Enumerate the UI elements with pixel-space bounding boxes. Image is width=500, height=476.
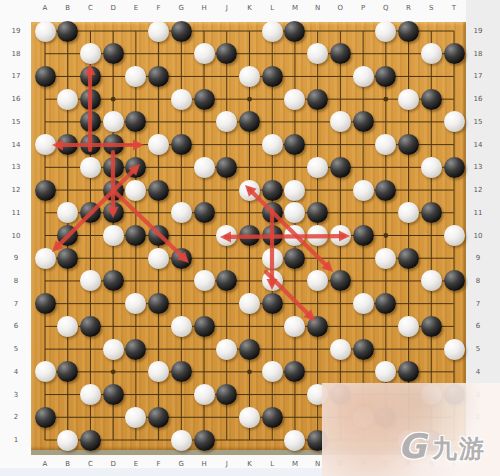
stone-black-N6 [307,316,328,337]
stone-black-P10 [353,225,374,246]
row-label-left-12: 12 [12,186,21,194]
stone-black-S11 [421,202,442,223]
row-label-left-10: 10 [12,232,21,240]
stone-black-R19 [398,21,419,42]
col-label-top-P: P [361,4,365,12]
stone-white-F19 [148,21,169,42]
stone-black-L12 [262,180,283,201]
stone-black-T18 [444,43,465,64]
col-label-bottom-L: L [270,460,274,468]
stone-black-H16 [194,89,215,110]
stone-white-P12 [353,180,374,201]
stone-black-G14 [171,134,192,155]
col-label-bottom-H: H [201,460,206,468]
row-label-right-15: 15 [474,118,483,126]
stone-black-L11 [262,202,283,223]
row-label-right-4: 4 [476,368,480,376]
col-label-top-K: K [247,4,252,12]
stone-white-T10 [444,225,465,246]
row-label-right-10: 10 [474,232,483,240]
stone-black-P5 [353,339,374,360]
row-label-left-17: 17 [12,72,21,80]
stone-black-Q12 [375,180,396,201]
stone-black-K10 [239,225,260,246]
col-label-top-O: O [338,4,344,12]
stone-white-E12 [125,180,146,201]
stone-white-C18 [80,43,101,64]
row-label-left-3: 3 [14,391,18,399]
stone-white-R16 [398,89,419,110]
stone-black-A12 [35,180,56,201]
col-label-bottom-B: B [65,460,70,468]
stone-white-C3 [80,384,101,405]
stone-black-T8 [444,270,465,291]
stone-black-C1 [80,430,101,451]
stone-white-H3 [194,384,215,405]
stone-white-N10 [307,225,328,246]
stone-black-F17 [148,66,169,87]
watermark-text: 九游 [432,432,486,465]
stone-white-G1 [171,430,192,451]
stone-black-A2 [35,407,56,428]
stone-black-D8 [103,270,124,291]
row-label-left-19: 19 [12,27,21,35]
stone-black-D3 [103,384,124,405]
stone-black-R9 [398,248,419,269]
row-label-left-4: 4 [14,368,18,376]
stone-black-R14 [398,134,419,155]
stone-black-G19 [171,21,192,42]
stone-black-O18 [330,43,351,64]
stone-white-K2 [239,407,260,428]
stone-white-M12 [284,180,305,201]
stone-black-P15 [353,111,374,132]
col-label-top-R: R [406,4,411,12]
col-label-bottom-A: A [43,460,48,468]
stone-black-G9 [171,248,192,269]
col-label-bottom-G: G [179,460,184,468]
row-label-left-1: 1 [14,436,18,444]
col-label-bottom-C: C [88,460,93,468]
stone-black-C14 [80,134,101,155]
row-label-right-19: 19 [474,27,483,35]
stone-black-D14 [103,134,124,155]
stone-white-A19 [35,21,56,42]
stone-white-S18 [421,43,442,64]
row-label-right-16: 16 [474,95,483,103]
stone-black-F10 [148,225,169,246]
stone-black-H1 [194,430,215,451]
stone-white-R6 [398,316,419,337]
stone-white-H13 [194,157,215,178]
col-label-bottom-F: F [157,460,161,468]
stone-black-K5 [239,339,260,360]
stone-white-D15 [103,111,124,132]
col-label-top-A: A [43,4,48,12]
stone-black-L17 [262,66,283,87]
watermark-logo-icon: G [398,426,426,466]
stone-white-Q19 [375,21,396,42]
stone-black-N16 [307,89,328,110]
col-label-top-B: B [65,4,70,12]
stone-black-D12 [103,180,124,201]
row-label-left-16: 16 [12,95,21,103]
row-label-right-17: 17 [474,72,483,80]
stone-black-T13 [444,157,465,178]
row-label-right-5: 5 [476,345,480,353]
stone-white-G6 [171,316,192,337]
stone-white-L14 [262,134,283,155]
row-label-left-14: 14 [12,141,21,149]
stone-black-S16 [421,89,442,110]
stone-black-C6 [80,316,101,337]
row-label-left-9: 9 [14,254,18,262]
col-label-bottom-M: M [292,460,298,468]
stone-white-T5 [444,339,465,360]
row-label-left-6: 6 [14,322,18,330]
stone-white-O10 [330,225,351,246]
stone-white-D10 [103,225,124,246]
row-label-right-7: 7 [476,300,480,308]
stone-white-L4 [262,361,283,382]
row-label-left-5: 5 [14,345,18,353]
stone-white-K12 [239,180,260,201]
stone-white-M1 [284,430,305,451]
stone-white-P17 [353,66,374,87]
col-label-top-D: D [110,4,115,12]
col-label-bottom-E: E [134,460,138,468]
stone-white-B16 [57,89,78,110]
stone-white-E2 [125,407,146,428]
col-label-top-G: G [179,4,184,12]
stone-white-G16 [171,89,192,110]
stone-white-L19 [262,21,283,42]
stone-black-D18 [103,43,124,64]
row-label-left-7: 7 [14,300,18,308]
col-label-top-Q: Q [383,4,389,12]
stone-white-A9 [35,248,56,269]
stone-black-H11 [194,202,215,223]
stone-black-S6 [421,316,442,337]
row-label-right-6: 6 [476,322,480,330]
stone-white-K7 [239,293,260,314]
col-label-bottom-D: D [110,460,115,468]
stone-black-M19 [284,21,305,42]
stone-white-L9 [262,248,283,269]
col-label-top-L: L [270,4,274,12]
stone-white-C13 [80,157,101,178]
stone-black-E5 [125,339,146,360]
col-label-top-J: J [226,4,228,12]
row-label-right-9: 9 [476,254,480,262]
stone-white-J5 [216,339,237,360]
stone-white-A4 [35,361,56,382]
stone-black-L2 [262,407,283,428]
col-label-top-F: F [157,4,161,12]
row-label-left-2: 2 [14,413,18,421]
row-label-right-11: 11 [474,209,483,217]
stone-black-B9 [57,248,78,269]
stone-black-D13 [103,157,124,178]
row-label-left-18: 18 [12,50,21,58]
col-label-top-H: H [201,4,206,12]
watermark: G 九游 [398,424,498,468]
col-label-bottom-K: K [247,460,252,468]
stone-black-D11 [103,202,124,223]
stone-white-K17 [239,66,260,87]
stone-white-G11 [171,202,192,223]
stone-white-B1 [57,430,78,451]
row-label-right-13: 13 [474,163,483,171]
row-label-right-18: 18 [474,50,483,58]
col-label-top-C: C [88,4,93,12]
stone-white-H8 [194,270,215,291]
stone-black-B19 [57,21,78,42]
go-diagram-page: AABBCCDDEEFFGGHHJJKKLLMMNNOOPPQQRRSSTT19… [0,0,500,476]
stone-white-M16 [284,89,305,110]
stone-black-O13 [330,157,351,178]
row-label-right-12: 12 [474,186,483,194]
row-label-left-11: 11 [12,209,21,217]
col-label-top-S: S [429,4,433,12]
stone-black-F2 [148,407,169,428]
row-label-right-8: 8 [476,277,480,285]
stone-black-L7 [262,293,283,314]
stone-white-O5 [330,339,351,360]
stone-white-B6 [57,316,78,337]
stone-black-H6 [194,316,215,337]
stone-white-S13 [421,157,442,178]
stone-white-F9 [148,248,169,269]
stone-white-D5 [103,339,124,360]
row-label-left-8: 8 [14,277,18,285]
stone-black-C16 [80,89,101,110]
stone-white-T15 [444,111,465,132]
stone-white-N13 [307,157,328,178]
stone-white-H18 [194,43,215,64]
col-label-top-M: M [292,4,298,12]
col-label-top-T: T [452,4,456,12]
stone-black-L10 [262,225,283,246]
stone-white-P7 [353,293,374,314]
stone-white-A14 [35,134,56,155]
stone-black-J13 [216,157,237,178]
col-label-top-E: E [134,4,138,12]
row-label-right-14: 14 [474,141,483,149]
stone-black-F12 [148,180,169,201]
stone-white-Q9 [375,248,396,269]
row-label-left-15: 15 [12,118,21,126]
stone-black-A7 [35,293,56,314]
row-label-left-13: 13 [12,163,21,171]
stone-black-C17 [80,66,101,87]
col-label-top-N: N [315,4,320,12]
col-label-bottom-N: N [315,460,320,468]
stone-black-A17 [35,66,56,87]
col-label-bottom-J: J [226,460,228,468]
